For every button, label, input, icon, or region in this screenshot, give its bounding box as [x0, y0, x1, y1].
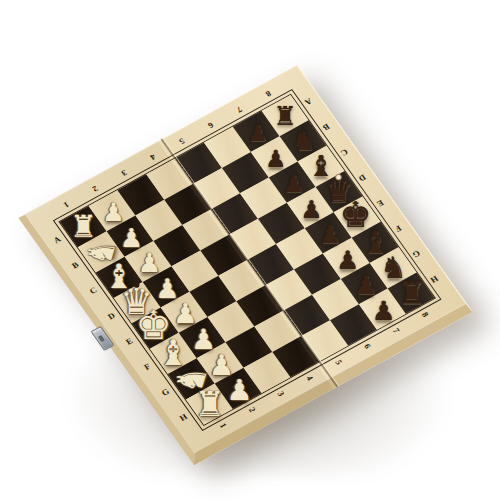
black-queen-d8: ♛ [324, 175, 352, 207]
white-pawn-h2: ♟ [226, 376, 252, 405]
file-label-left-c: C [88, 285, 99, 295]
black-pawn-h7: ♟ [372, 298, 396, 324]
file-label-right-g: G [411, 249, 422, 260]
black-rook-a8: ♜ [274, 103, 297, 129]
rank-label-top-3: 3 [120, 168, 129, 178]
rank-label-top-2: 2 [91, 184, 100, 194]
black-rook-h8: ♜ [398, 279, 425, 309]
file-label-left-e: E [124, 336, 134, 346]
file-label-left-d: D [106, 311, 117, 321]
product-photo: ♜♟♟♜♞♟♟♞♝♟♟♝♛♟♟♛♚♟♟♚♝♟♟♝♞♟♟♞♜♟♟♜ AA11BB2… [0, 0, 500, 500]
black-pawn-c7: ♟ [283, 172, 305, 196]
black-bishop-f8: ♝ [361, 227, 389, 258]
file-label-left-f: F [142, 362, 152, 372]
file-label-left-a: A [52, 235, 63, 245]
black-pawn-a7: ♟ [247, 122, 268, 145]
file-label-left-b: B [70, 260, 80, 270]
black-pawn-d7: ♟ [301, 197, 323, 221]
rank-label-bottom-4: 4 [304, 374, 315, 382]
rank-label-bottom-3: 3 [276, 390, 287, 398]
file-label-right-f: F [393, 224, 403, 234]
black-pawn-b7: ♟ [265, 147, 286, 170]
file-label-right-e: E [375, 198, 385, 208]
rank-label-top-7: 7 [235, 105, 244, 115]
black-bishop-c8: ♝ [308, 151, 334, 180]
black-knight-b8: ♞ [291, 128, 315, 155]
file-label-right-c: C [339, 147, 350, 157]
file-label-left-h: H [178, 412, 189, 423]
black-pawn-e7: ♟ [318, 222, 340, 247]
rank-label-bottom-7: 7 [391, 326, 402, 334]
file-label-right-b: B [321, 122, 331, 132]
rank-label-bottom-1: 1 [218, 422, 229, 430]
rank-label-top-5: 5 [177, 136, 186, 146]
file-label-right-a: A [303, 97, 314, 107]
file-label-right-d: D [357, 173, 368, 183]
rank-label-top-8: 8 [264, 89, 273, 99]
file-label-right-h: H [429, 274, 440, 285]
rank-label-bottom-2: 2 [247, 406, 258, 414]
white-pawn-a2: ♟ [102, 200, 125, 225]
rank-label-bottom-6: 6 [362, 342, 373, 350]
black-pawn-f7: ♟ [336, 247, 359, 272]
rank-label-top-6: 6 [206, 121, 215, 131]
rank-label-top-4: 4 [148, 152, 157, 162]
file-label-left-g: G [160, 387, 171, 398]
rank-label-top-1: 1 [62, 200, 71, 210]
rank-label-bottom-5: 5 [333, 358, 344, 366]
rank-label-bottom-8: 8 [420, 311, 431, 319]
black-knight-g8: ♞ [380, 253, 407, 283]
